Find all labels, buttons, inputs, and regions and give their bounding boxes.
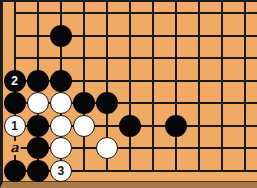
board-point[interactable] — [49, 115, 72, 138]
board-point[interactable] — [49, 47, 72, 70]
board-point[interactable] — [165, 70, 188, 93]
board-point[interactable] — [72, 160, 95, 183]
board-point[interactable] — [211, 137, 234, 160]
black-stone: 2 — [4, 70, 26, 92]
board-point[interactable] — [188, 115, 211, 138]
board-point[interactable] — [72, 47, 95, 70]
board-point[interactable] — [142, 115, 165, 138]
board-point[interactable] — [234, 92, 257, 115]
board-point[interactable] — [142, 2, 165, 25]
board-point[interactable] — [188, 92, 211, 115]
board-point[interactable] — [118, 70, 141, 93]
board-point[interactable] — [95, 47, 118, 70]
board-point[interactable] — [211, 92, 234, 115]
board-point[interactable] — [118, 137, 141, 160]
board-point[interactable] — [26, 2, 49, 25]
board-point[interactable] — [49, 92, 72, 115]
board-point[interactable] — [188, 2, 211, 25]
white-stone — [50, 137, 72, 159]
board-point[interactable] — [234, 25, 257, 48]
white-stone — [27, 92, 49, 114]
white-stone — [50, 92, 72, 114]
board-point[interactable]: 3 — [49, 160, 72, 183]
white-stone — [50, 115, 72, 137]
board-point[interactable] — [165, 25, 188, 48]
board-point[interactable] — [118, 160, 141, 183]
board-point[interactable] — [188, 70, 211, 93]
board-point[interactable] — [142, 70, 165, 93]
board-point[interactable] — [26, 25, 49, 48]
black-stone — [27, 115, 49, 137]
board-point[interactable] — [188, 160, 211, 183]
black-stone — [165, 115, 187, 137]
board-point[interactable] — [95, 160, 118, 183]
board-point[interactable] — [3, 47, 26, 70]
move-number-label: 1 — [11, 120, 18, 132]
board-point[interactable]: 2 — [3, 70, 26, 93]
board-point[interactable] — [49, 25, 72, 48]
board-point[interactable] — [49, 2, 72, 25]
black-stone — [50, 70, 72, 92]
board-point[interactable] — [234, 115, 257, 138]
board-point[interactable] — [72, 137, 95, 160]
board-point[interactable] — [95, 70, 118, 93]
board-point[interactable] — [142, 92, 165, 115]
black-stone — [4, 160, 26, 182]
move-number-label: 2 — [11, 75, 18, 87]
black-stone — [27, 70, 49, 92]
board-point[interactable] — [142, 25, 165, 48]
board-point[interactable] — [165, 115, 188, 138]
board-point[interactable] — [95, 137, 118, 160]
board-point[interactable] — [26, 47, 49, 70]
board-point[interactable] — [165, 92, 188, 115]
board-point[interactable] — [234, 2, 257, 25]
board-point[interactable] — [188, 47, 211, 70]
board-point[interactable] — [211, 115, 234, 138]
board-point[interactable] — [165, 160, 188, 183]
go-board: 21a3 — [3, 2, 257, 182]
board-point[interactable] — [234, 47, 257, 70]
board-point[interactable] — [95, 25, 118, 48]
black-stone — [27, 160, 49, 182]
black-stone — [96, 92, 118, 114]
board-point[interactable] — [211, 70, 234, 93]
board-point[interactable] — [26, 115, 49, 138]
point-label-a: a — [8, 141, 20, 155]
board-point[interactable] — [234, 70, 257, 93]
board-point[interactable] — [234, 160, 257, 183]
white-stone: 1 — [4, 115, 26, 137]
move-number-label: 3 — [57, 165, 64, 177]
board-point[interactable] — [26, 92, 49, 115]
board-point[interactable] — [49, 137, 72, 160]
board-point[interactable] — [72, 115, 95, 138]
board-point[interactable] — [211, 47, 234, 70]
black-stone — [4, 92, 26, 114]
board-point[interactable] — [72, 2, 95, 25]
board-point[interactable] — [211, 2, 234, 25]
white-stone — [96, 137, 118, 159]
board-point[interactable] — [188, 137, 211, 160]
board-point[interactable] — [72, 70, 95, 93]
board-point[interactable] — [118, 92, 141, 115]
board-point[interactable] — [95, 2, 118, 25]
board-point[interactable] — [234, 137, 257, 160]
board-point[interactable] — [118, 115, 141, 138]
black-stone — [27, 137, 49, 159]
board-point[interactable] — [142, 160, 165, 183]
board-point[interactable] — [95, 115, 118, 138]
board-point[interactable] — [3, 25, 26, 48]
board-point[interactable] — [118, 2, 141, 25]
board-point[interactable] — [142, 137, 165, 160]
board-point[interactable]: a — [3, 137, 26, 160]
board-point[interactable] — [3, 92, 26, 115]
board-point[interactable] — [118, 25, 141, 48]
board-point[interactable] — [211, 160, 234, 183]
board-point[interactable] — [165, 2, 188, 25]
go-diagram-frame: 21a3 — [0, 0, 257, 188]
board-point[interactable] — [26, 137, 49, 160]
board-point[interactable]: 1 — [3, 115, 26, 138]
board-point[interactable] — [142, 47, 165, 70]
board-point[interactable] — [26, 160, 49, 183]
board-point[interactable] — [49, 70, 72, 93]
board-point[interactable] — [188, 25, 211, 48]
board-point[interactable] — [72, 25, 95, 48]
board-point[interactable] — [3, 160, 26, 183]
board-point[interactable] — [211, 25, 234, 48]
black-stone — [73, 92, 95, 114]
board-point[interactable] — [95, 92, 118, 115]
black-stone — [50, 25, 72, 47]
board-point[interactable] — [165, 47, 188, 70]
white-stone: 3 — [50, 160, 72, 182]
white-stone — [73, 115, 95, 137]
board-point[interactable] — [26, 70, 49, 93]
board-point[interactable] — [165, 137, 188, 160]
black-stone — [119, 115, 141, 137]
board-point[interactable] — [118, 47, 141, 70]
board-point[interactable] — [72, 92, 95, 115]
board-point[interactable] — [3, 2, 26, 25]
